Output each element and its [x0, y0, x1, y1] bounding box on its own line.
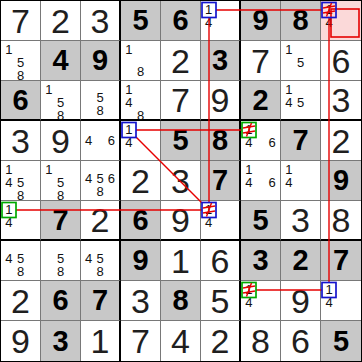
cand-4: 4	[83, 252, 94, 265]
cand-4: 4	[123, 96, 135, 109]
cand-9	[106, 104, 117, 117]
cell-r9c2[interactable]: 3	[41, 321, 81, 361]
cand-8	[94, 147, 105, 158]
candidates: 14	[281, 161, 320, 200]
cell-r8c9[interactable]: 14	[321, 281, 361, 321]
candidates: 14	[121, 121, 160, 160]
cand-6	[66, 252, 78, 265]
cand-1	[43, 243, 55, 252]
cand-4: 4	[3, 252, 15, 265]
cell-r5c8[interactable]: 14	[281, 161, 321, 201]
cand-4: 4	[243, 136, 255, 149]
cand-6: 6	[106, 134, 117, 147]
solved-digit: 6	[332, 44, 351, 78]
cand-5: 5	[295, 56, 307, 69]
cell-r3c9[interactable]: 3	[321, 81, 361, 121]
solved-digit: 8	[332, 203, 351, 237]
cell-r8c7[interactable]: 14	[241, 281, 281, 321]
cell-r5c1[interactable]: 1458	[1, 161, 41, 201]
candidates: 145	[281, 81, 320, 119]
cell-r6c2[interactable]: 7	[41, 201, 81, 241]
cand-2	[295, 163, 307, 176]
cell-r7c7[interactable]: 3	[241, 241, 281, 281]
cell-r9c8[interactable]: 6	[281, 321, 321, 361]
cell-r9c4[interactable]: 7	[121, 321, 161, 361]
cell-r6c1[interactable]: 14	[1, 201, 41, 241]
solved-digit: 9	[51, 124, 70, 158]
solved-digit: 2	[51, 4, 70, 38]
given-digit: 6	[12, 86, 28, 115]
given-digit: 7	[92, 286, 108, 315]
cand-7	[203, 29, 214, 38]
cell-r9c1[interactable]: 9	[1, 321, 41, 361]
cand-1: 1	[283, 43, 295, 56]
cell-r8c8[interactable]: 9	[281, 281, 321, 321]
cand-7	[243, 149, 255, 158]
solved-digit: 3	[11, 124, 30, 158]
cand-6	[106, 252, 117, 265]
cell-r5c3[interactable]: 4568	[81, 161, 121, 201]
solved-digit: 5	[211, 284, 230, 318]
cell-r2c4[interactable]: 18	[121, 41, 161, 81]
given-digit: 5	[172, 126, 188, 155]
cand-4	[43, 96, 55, 109]
cand-3	[26, 43, 38, 56]
cand-8	[214, 29, 225, 38]
cand-6	[146, 56, 158, 65]
cand-3	[26, 243, 38, 252]
cell-r7c3[interactable]: 458	[81, 241, 121, 281]
cand-2	[255, 163, 267, 176]
cand-2	[135, 123, 147, 136]
given-digit: 6	[132, 206, 148, 235]
cell-r1c2[interactable]: 2	[41, 1, 81, 41]
cell-r3c3[interactable]: 58	[81, 81, 121, 121]
given-digit: 8	[212, 126, 228, 155]
given-digit: 7	[333, 246, 349, 275]
cell-r4c5[interactable]: 5	[161, 121, 201, 161]
solved-digit: 2	[91, 203, 110, 237]
solved-digit: 6	[211, 244, 230, 278]
cell-r7c8[interactable]: 2	[281, 241, 321, 281]
cand-8	[15, 229, 27, 237]
cand-2	[335, 283, 347, 296]
candidates: 14	[1, 201, 40, 239]
cand-4	[43, 176, 55, 189]
cand-7	[283, 69, 295, 78]
cand-7	[323, 309, 335, 318]
cell-r8c6[interactable]: 5	[201, 281, 241, 321]
cand-6	[306, 96, 318, 109]
cell-r6c4[interactable]: 6	[121, 201, 161, 241]
cand-4	[43, 252, 55, 265]
solved-digit: 2	[131, 164, 150, 198]
given-digit: 2	[292, 246, 308, 275]
cand-4: 4	[123, 136, 135, 149]
cell-r7c1[interactable]: 458	[1, 241, 41, 281]
cand-4: 4	[323, 296, 335, 309]
cand-3	[66, 243, 78, 252]
cand-3	[306, 83, 318, 96]
cand-1: 1	[43, 83, 55, 96]
cand-8	[214, 229, 225, 237]
cand-3	[146, 123, 158, 136]
cell-r9c7[interactable]: 8	[241, 321, 281, 361]
cand-9	[347, 29, 359, 38]
given-digit: 3	[212, 46, 228, 75]
cand-8	[255, 309, 267, 318]
cand-6	[26, 176, 38, 189]
cand-5	[15, 216, 27, 229]
solved-digit: 4	[171, 324, 190, 358]
solved-digit: 7	[11, 4, 30, 38]
cell-r2c1[interactable]: 158	[1, 41, 41, 81]
cand-7	[203, 229, 214, 237]
cand-5	[255, 296, 267, 309]
cell-r1c9[interactable]: 14	[321, 1, 361, 41]
cand-6: 6	[106, 172, 117, 185]
cell-r9c5[interactable]: 4	[161, 321, 201, 361]
cand-8: 8	[94, 104, 105, 117]
cell-r2c8[interactable]: 15	[281, 41, 321, 81]
given-digit: 3	[252, 246, 268, 275]
candidates: 148	[121, 81, 160, 119]
cand-9	[106, 185, 117, 198]
cell-r9c3[interactable]: 1	[81, 321, 121, 361]
cand-4: 4	[3, 216, 15, 229]
cell-r5c6[interactable]: 7	[201, 161, 241, 201]
candidates: 46	[81, 121, 119, 160]
cand-2	[214, 3, 225, 16]
cand-3	[146, 83, 158, 96]
sudoku-board: 7235614981415849182371566158581487921453…	[0, 0, 362, 362]
cand-3	[306, 43, 318, 56]
cell-r5c9[interactable]: 9	[321, 161, 361, 201]
cell-r9c9[interactable]: 5	[321, 321, 361, 361]
sudoku-grid: 7235614981415849182371566158581487921453…	[1, 1, 361, 361]
cand-7	[323, 29, 335, 38]
cell-r5c5[interactable]: 3	[161, 161, 201, 201]
cand-5	[214, 16, 225, 29]
cand-5	[335, 16, 347, 29]
cand-3	[226, 203, 237, 216]
cell-r3c7[interactable]: 2	[241, 81, 281, 121]
cand-6	[347, 296, 359, 309]
cand-4: 4	[323, 16, 335, 29]
cand-4: 4	[3, 176, 15, 189]
given-digit: 2	[252, 86, 268, 115]
cell-r4c9[interactable]: 2	[321, 121, 361, 161]
cand-6	[306, 56, 318, 69]
cell-r2c2[interactable]: 4	[41, 41, 81, 81]
solved-digit: 3	[332, 83, 351, 117]
candidates: 14	[321, 281, 361, 320]
cell-r6c9[interactable]: 8	[321, 201, 361, 241]
solved-digit: 1	[91, 324, 110, 358]
cell-r6c3[interactable]: 2	[81, 201, 121, 241]
cell-r7c4[interactable]: 9	[121, 241, 161, 281]
cand-8	[335, 309, 347, 318]
candidates: 4568	[81, 161, 119, 200]
cand-4	[3, 56, 15, 69]
cand-8	[295, 189, 307, 198]
candidates: 18	[121, 41, 160, 80]
cand-3	[26, 203, 38, 216]
cand-8	[255, 189, 267, 198]
cand-8	[295, 109, 307, 117]
cand-3	[66, 83, 78, 96]
cell-r2c9[interactable]: 6	[321, 41, 361, 81]
cell-r4c4[interactable]: 14	[121, 121, 161, 161]
cell-r5c4[interactable]: 2	[121, 161, 161, 201]
candidates: 146	[241, 161, 280, 200]
cell-r1c5[interactable]: 6	[161, 1, 201, 41]
cell-r7c2[interactable]: 58	[41, 241, 81, 281]
cand-8: 8	[94, 265, 105, 278]
cell-r1c1[interactable]: 7	[1, 1, 41, 41]
candidates: 158	[1, 41, 40, 80]
cand-6	[26, 252, 38, 265]
cand-7	[3, 265, 15, 278]
given-digit: 9	[92, 46, 108, 75]
cand-6	[226, 216, 237, 229]
cell-r2c6[interactable]: 3	[201, 41, 241, 81]
cell-r3c8[interactable]: 145	[281, 81, 321, 121]
cand-6	[226, 16, 237, 29]
cand-9	[106, 147, 117, 158]
cell-r4c1[interactable]: 3	[1, 121, 41, 161]
candidates: 15	[281, 41, 320, 80]
solved-digit: 9	[11, 324, 30, 358]
candidates: 1458	[1, 161, 40, 200]
cand-7	[3, 229, 15, 237]
given-digit: 7	[292, 126, 308, 155]
cell-r3c2[interactable]: 158	[41, 81, 81, 121]
cell-r1c6[interactable]: 14	[201, 1, 241, 41]
cell-r6c6[interactable]: 14	[201, 201, 241, 241]
given-digit: 7	[212, 166, 228, 195]
cand-1: 1	[43, 163, 55, 176]
cell-r8c1[interactable]: 2	[1, 281, 41, 321]
cand-4	[83, 91, 94, 104]
cell-r5c7[interactable]: 146	[241, 161, 281, 201]
cand-6	[146, 96, 158, 109]
given-digit: 4	[52, 46, 68, 75]
cell-r8c5[interactable]: 8	[161, 281, 201, 321]
cand-6	[146, 136, 158, 149]
solved-digit: 1	[171, 244, 190, 278]
cell-r4c3[interactable]: 46	[81, 121, 121, 161]
cand-2	[94, 123, 105, 134]
cand-6	[66, 176, 78, 189]
cell-r3c6[interactable]: 9	[201, 81, 241, 121]
cand-9	[226, 229, 237, 237]
cand-9	[266, 189, 278, 198]
solved-digit: 3	[171, 164, 190, 198]
cand-9	[146, 149, 158, 158]
cand-9	[306, 69, 318, 78]
cand-2	[15, 203, 27, 216]
given-digit: 6	[172, 6, 188, 35]
given-digit: 8	[292, 6, 308, 35]
cand-6: 6	[266, 136, 278, 149]
cand-7	[83, 147, 94, 158]
cand-6: 6	[266, 176, 278, 189]
cand-8	[295, 69, 307, 78]
cell-r1c3[interactable]: 3	[81, 1, 121, 41]
cell-r4c2[interactable]: 9	[41, 121, 81, 161]
cand-1	[83, 83, 94, 91]
solved-digit: 7	[171, 83, 190, 117]
cand-9	[306, 189, 318, 198]
cell-r8c4[interactable]: 3	[121, 281, 161, 321]
cand-9	[146, 65, 158, 78]
cand-9	[26, 265, 38, 278]
cand-4	[123, 56, 135, 65]
cell-r8c3[interactable]: 7	[81, 281, 121, 321]
solved-digit: 2	[11, 284, 30, 318]
cand-3	[266, 283, 278, 296]
given-digit: 7	[52, 206, 68, 235]
cand-4	[283, 56, 295, 69]
cell-r8c2[interactable]: 6	[41, 281, 81, 321]
cand-2	[255, 123, 267, 136]
candidates: 58	[81, 81, 119, 119]
cand-3	[106, 83, 117, 91]
cand-7	[83, 104, 94, 117]
cell-r3c4[interactable]: 148	[121, 81, 161, 121]
cell-r1c8[interactable]: 8	[281, 1, 321, 41]
cand-5	[295, 176, 307, 189]
solved-digit: 9	[211, 83, 230, 117]
given-digit: 5	[252, 206, 268, 235]
cand-9	[66, 265, 78, 278]
candidates: 146	[241, 121, 280, 160]
candidates: 158	[41, 161, 80, 200]
cand-8: 8	[94, 185, 105, 198]
cand-6	[347, 16, 359, 29]
cand-8	[135, 149, 147, 158]
cand-2	[255, 283, 267, 296]
cand-4: 4	[243, 176, 255, 189]
cand-7	[283, 109, 295, 117]
cand-5	[135, 136, 147, 149]
cand-9	[306, 109, 318, 117]
cand-3	[106, 243, 117, 252]
cell-r6c5[interactable]: 9	[161, 201, 201, 241]
cell-r7c5[interactable]: 1	[161, 241, 201, 281]
cand-7	[243, 309, 255, 318]
cand-3	[26, 163, 38, 176]
solved-digit: 7	[251, 44, 270, 78]
cand-7	[43, 265, 55, 278]
cand-8	[335, 29, 347, 38]
cand-1: 1	[123, 43, 135, 56]
given-digit: 5	[333, 327, 349, 356]
cand-5: 5	[295, 96, 307, 109]
cand-4: 4	[83, 134, 94, 147]
given-digit: 6	[52, 286, 68, 315]
cand-4: 4	[283, 96, 295, 109]
cand-9	[106, 265, 117, 278]
cand-3	[66, 163, 78, 176]
cell-r4c6[interactable]: 8	[201, 121, 241, 161]
solved-digit: 6	[291, 324, 310, 358]
cand-9	[26, 229, 38, 237]
candidates: 458	[81, 241, 119, 280]
solved-digit: 2	[171, 44, 190, 78]
cell-r4c8[interactable]: 7	[281, 121, 321, 161]
solved-digit: 3	[91, 4, 110, 38]
given-digit: 9	[132, 246, 148, 275]
cell-r7c9[interactable]: 7	[321, 241, 361, 281]
candidates: 158	[41, 81, 80, 119]
candidates: 14	[241, 281, 280, 320]
given-digit: 9	[252, 6, 268, 35]
cand-4: 4	[283, 176, 295, 189]
solved-digit: 7	[131, 324, 150, 358]
cand-3	[226, 3, 237, 16]
cell-r1c7[interactable]: 9	[241, 1, 281, 41]
cand-6	[26, 56, 38, 69]
solved-digit: 3	[131, 284, 150, 318]
cand-6	[26, 216, 38, 229]
cand-6	[106, 91, 117, 104]
candidates: 14	[321, 1, 361, 40]
cand-4: 4	[243, 296, 255, 309]
cand-4: 4	[203, 16, 214, 29]
cand-8: 8	[55, 265, 67, 278]
solved-digit: 8	[251, 324, 270, 358]
cand-2	[135, 83, 147, 96]
cand-1: 1	[3, 43, 15, 56]
cand-6	[66, 96, 78, 109]
cand-7	[83, 265, 94, 278]
solved-digit: 3	[291, 203, 310, 237]
cand-5	[94, 134, 105, 147]
cell-r4c7[interactable]: 146	[241, 121, 281, 161]
cell-r3c1[interactable]: 6	[1, 81, 41, 121]
cand-5	[335, 296, 347, 309]
cell-r6c7[interactable]: 5	[241, 201, 281, 241]
cand-8: 8	[135, 65, 147, 78]
cell-r9c6[interactable]: 2	[201, 321, 241, 361]
cell-r7c6[interactable]: 6	[201, 241, 241, 281]
cand-9	[266, 149, 278, 158]
cell-r5c2[interactable]: 158	[41, 161, 81, 201]
cand-7	[123, 65, 135, 78]
cell-r2c5[interactable]: 2	[161, 41, 201, 81]
cand-3	[306, 163, 318, 176]
cell-r2c3[interactable]: 9	[81, 41, 121, 81]
cand-7	[83, 185, 94, 198]
cell-r2c7[interactable]: 7	[241, 41, 281, 81]
cand-3	[347, 3, 359, 16]
candidates: 14	[201, 201, 239, 239]
cell-r6c8[interactable]: 3	[281, 201, 321, 241]
cand-7	[283, 189, 295, 198]
given-digit: 5	[132, 6, 148, 35]
candidates: 58	[41, 241, 80, 280]
cell-r1c4[interactable]: 5	[121, 1, 161, 41]
cand-7	[243, 189, 255, 198]
cand-9	[226, 29, 237, 38]
cand-4: 4	[83, 172, 94, 185]
given-digit: 9	[333, 166, 349, 195]
cell-r3c5[interactable]: 7	[161, 81, 201, 121]
cand-8	[255, 149, 267, 158]
candidates: 14	[201, 1, 239, 40]
